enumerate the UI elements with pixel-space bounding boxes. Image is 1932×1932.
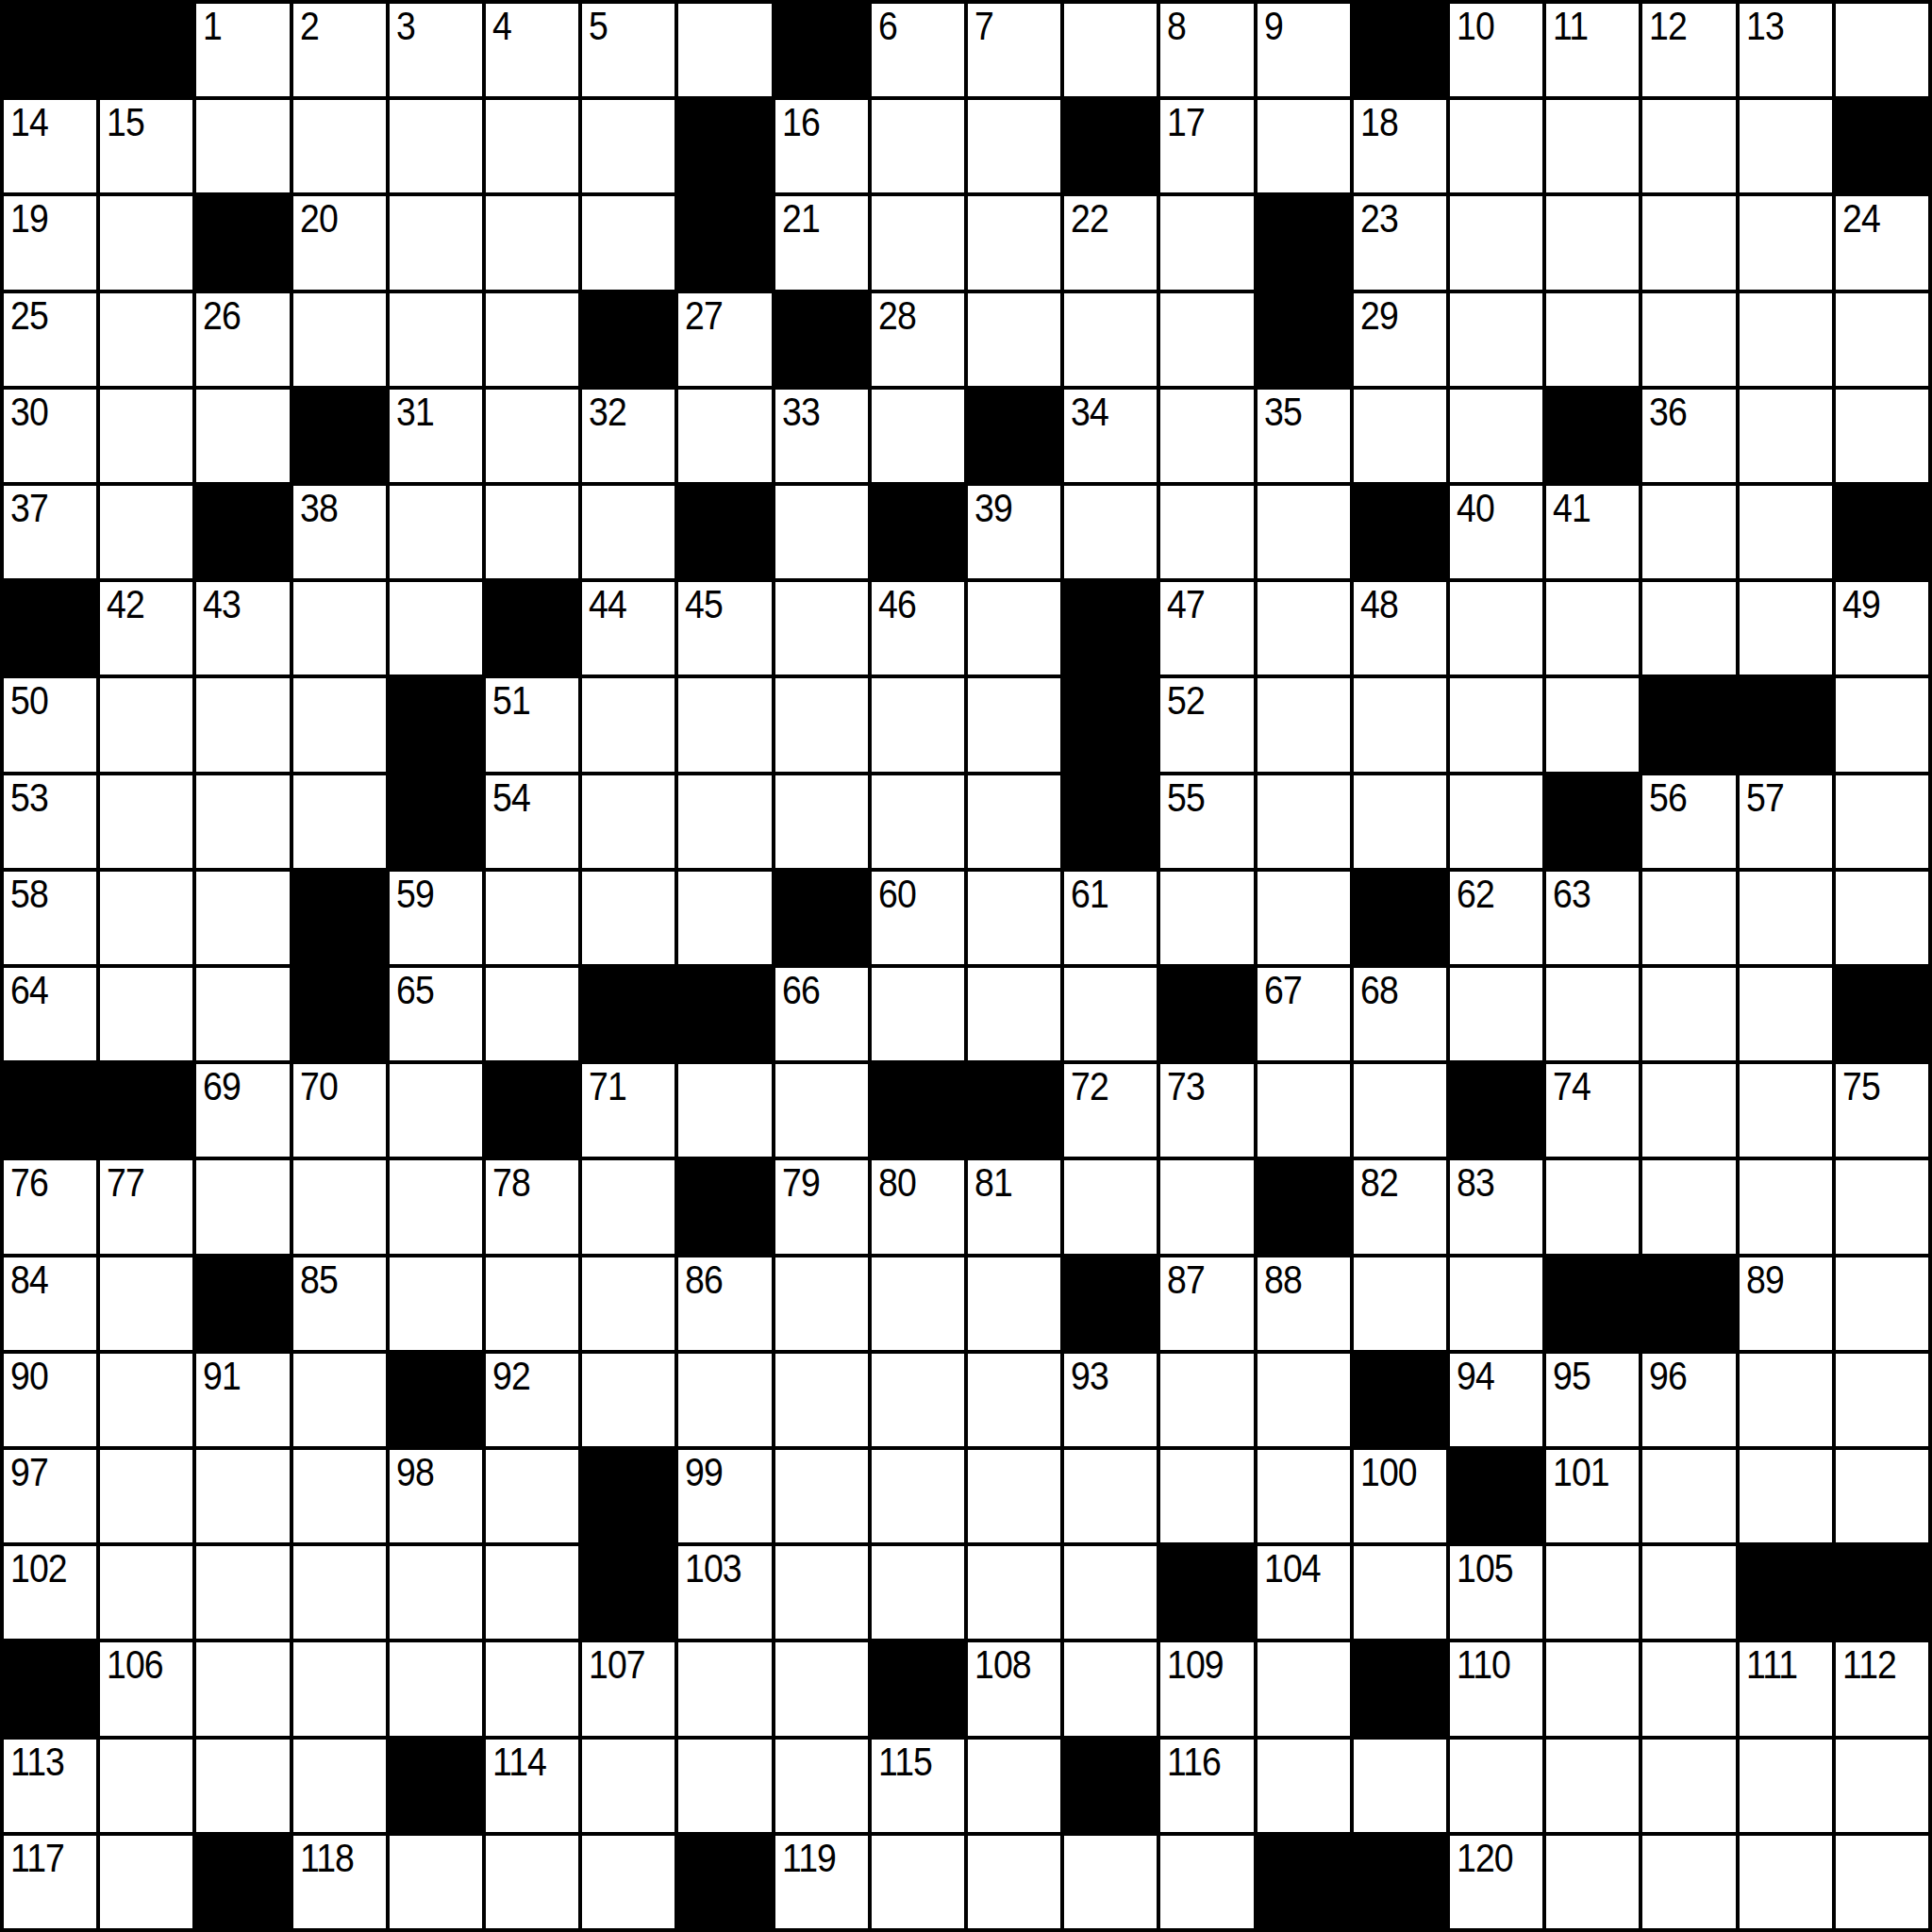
white-cell[interactable] (293, 100, 386, 192)
white-cell[interactable] (486, 486, 578, 578)
white-cell[interactable] (1642, 872, 1735, 964)
white-cell[interactable] (678, 1642, 771, 1735)
white-cell[interactable] (1836, 1450, 1928, 1542)
white-cell[interactable]: 4 (486, 4, 578, 96)
white-cell[interactable] (582, 486, 675, 578)
white-cell[interactable] (100, 293, 192, 386)
white-cell[interactable] (293, 678, 386, 771)
white-cell[interactable] (196, 100, 289, 192)
white-cell[interactable] (1064, 4, 1157, 96)
white-cell[interactable] (486, 390, 578, 482)
white-cell[interactable] (1160, 1354, 1253, 1446)
white-cell[interactable]: 20 (293, 196, 386, 289)
white-cell[interactable] (582, 100, 675, 192)
white-cell[interactable] (1546, 678, 1639, 771)
white-cell[interactable]: 25 (4, 293, 96, 386)
white-cell[interactable] (293, 1160, 386, 1253)
white-cell[interactable]: 80 (872, 1160, 964, 1253)
white-cell[interactable]: 66 (775, 968, 868, 1060)
white-cell[interactable] (390, 100, 482, 192)
white-cell[interactable] (1257, 100, 1350, 192)
white-cell[interactable] (196, 1642, 289, 1735)
white-cell[interactable] (1546, 1642, 1639, 1735)
white-cell[interactable] (293, 1740, 386, 1832)
white-cell[interactable]: 1 (196, 4, 289, 96)
white-cell[interactable] (1642, 1160, 1735, 1253)
white-cell[interactable] (486, 1257, 578, 1350)
white-cell[interactable] (1836, 293, 1928, 386)
white-cell[interactable] (678, 775, 771, 868)
white-cell[interactable] (1354, 678, 1446, 771)
white-cell[interactable]: 47 (1160, 582, 1253, 675)
white-cell[interactable] (1160, 196, 1253, 289)
white-cell[interactable]: 51 (486, 678, 578, 771)
white-cell[interactable]: 107 (582, 1642, 675, 1735)
white-cell[interactable] (968, 293, 1060, 386)
white-cell[interactable]: 92 (486, 1354, 578, 1446)
white-cell[interactable] (1546, 293, 1639, 386)
white-cell[interactable] (486, 1546, 578, 1639)
white-cell[interactable] (1160, 390, 1253, 482)
white-cell[interactable] (486, 100, 578, 192)
white-cell[interactable]: 49 (1836, 582, 1928, 675)
white-cell[interactable] (1642, 1740, 1735, 1832)
white-cell[interactable] (1160, 486, 1253, 578)
white-cell[interactable] (196, 1450, 289, 1542)
white-cell[interactable]: 95 (1546, 1354, 1639, 1446)
white-cell[interactable] (1160, 293, 1253, 386)
white-cell[interactable]: 119 (775, 1836, 868, 1928)
white-cell[interactable]: 73 (1160, 1064, 1253, 1157)
white-cell[interactable]: 109 (1160, 1642, 1253, 1735)
white-cell[interactable]: 18 (1354, 100, 1446, 192)
white-cell[interactable]: 32 (582, 390, 675, 482)
white-cell[interactable]: 83 (1450, 1160, 1542, 1253)
white-cell[interactable] (390, 582, 482, 675)
white-cell[interactable]: 35 (1257, 390, 1350, 482)
white-cell[interactable]: 53 (4, 775, 96, 868)
white-cell[interactable] (390, 1257, 482, 1350)
white-cell[interactable]: 72 (1064, 1064, 1157, 1157)
white-cell[interactable] (1546, 1740, 1639, 1832)
white-cell[interactable] (1257, 1354, 1350, 1446)
white-cell[interactable]: 36 (1642, 390, 1735, 482)
white-cell[interactable]: 87 (1160, 1257, 1253, 1350)
white-cell[interactable]: 48 (1354, 582, 1446, 675)
white-cell[interactable]: 76 (4, 1160, 96, 1253)
white-cell[interactable]: 120 (1450, 1836, 1542, 1928)
white-cell[interactable] (390, 1836, 482, 1928)
white-cell[interactable] (293, 775, 386, 868)
white-cell[interactable]: 34 (1064, 390, 1157, 482)
white-cell[interactable] (872, 1836, 964, 1928)
white-cell[interactable] (1740, 293, 1832, 386)
white-cell[interactable] (1064, 1160, 1157, 1253)
white-cell[interactable]: 24 (1836, 196, 1928, 289)
white-cell[interactable] (1836, 1354, 1928, 1446)
white-cell[interactable] (968, 1546, 1060, 1639)
white-cell[interactable]: 56 (1642, 775, 1735, 868)
white-cell[interactable]: 46 (872, 582, 964, 675)
white-cell[interactable] (1836, 1836, 1928, 1928)
white-cell[interactable] (1546, 968, 1639, 1060)
white-cell[interactable] (1064, 1642, 1157, 1735)
white-cell[interactable] (1642, 196, 1735, 289)
white-cell[interactable] (390, 1546, 482, 1639)
white-cell[interactable] (1257, 1740, 1350, 1832)
white-cell[interactable] (100, 872, 192, 964)
white-cell[interactable] (1642, 1064, 1735, 1157)
white-cell[interactable] (1740, 582, 1832, 675)
white-cell[interactable]: 108 (968, 1642, 1060, 1735)
white-cell[interactable]: 16 (775, 100, 868, 192)
white-cell[interactable] (390, 1160, 482, 1253)
white-cell[interactable] (100, 678, 192, 771)
white-cell[interactable] (968, 1354, 1060, 1446)
white-cell[interactable] (1642, 100, 1735, 192)
white-cell[interactable]: 38 (293, 486, 386, 578)
white-cell[interactable] (1836, 1740, 1928, 1832)
white-cell[interactable] (196, 1546, 289, 1639)
white-cell[interactable] (1740, 390, 1832, 482)
white-cell[interactable] (1354, 1257, 1446, 1350)
white-cell[interactable]: 44 (582, 582, 675, 675)
white-cell[interactable]: 117 (4, 1836, 96, 1928)
white-cell[interactable] (678, 1064, 771, 1157)
white-cell[interactable] (678, 872, 771, 964)
white-cell[interactable]: 19 (4, 196, 96, 289)
white-cell[interactable] (1642, 486, 1735, 578)
white-cell[interactable] (872, 100, 964, 192)
white-cell[interactable] (196, 1160, 289, 1253)
white-cell[interactable]: 69 (196, 1064, 289, 1157)
white-cell[interactable] (100, 775, 192, 868)
white-cell[interactable] (872, 968, 964, 1060)
white-cell[interactable] (1740, 1740, 1832, 1832)
white-cell[interactable] (1064, 486, 1157, 578)
white-cell[interactable]: 94 (1450, 1354, 1542, 1446)
white-cell[interactable] (1642, 1642, 1735, 1735)
white-cell[interactable] (100, 1257, 192, 1350)
white-cell[interactable] (1740, 196, 1832, 289)
white-cell[interactable]: 85 (293, 1257, 386, 1350)
white-cell[interactable]: 7 (968, 4, 1060, 96)
white-cell[interactable]: 103 (678, 1546, 771, 1639)
white-cell[interactable]: 74 (1546, 1064, 1639, 1157)
white-cell[interactable] (968, 775, 1060, 868)
white-cell[interactable]: 41 (1546, 486, 1639, 578)
white-cell[interactable]: 110 (1450, 1642, 1542, 1735)
white-cell[interactable]: 63 (1546, 872, 1639, 964)
white-cell[interactable]: 27 (678, 293, 771, 386)
white-cell[interactable] (582, 678, 675, 771)
white-cell[interactable]: 37 (4, 486, 96, 578)
white-cell[interactable]: 84 (4, 1257, 96, 1350)
white-cell[interactable]: 112 (1836, 1642, 1928, 1735)
white-cell[interactable] (1740, 100, 1832, 192)
white-cell[interactable] (1354, 1546, 1446, 1639)
white-cell[interactable] (1546, 1546, 1639, 1639)
white-cell[interactable] (1257, 486, 1350, 578)
white-cell[interactable] (582, 775, 675, 868)
white-cell[interactable] (1740, 1064, 1832, 1157)
white-cell[interactable]: 105 (1450, 1546, 1542, 1639)
white-cell[interactable] (486, 1642, 578, 1735)
white-cell[interactable] (293, 1450, 386, 1542)
white-cell[interactable] (582, 196, 675, 289)
white-cell[interactable] (196, 390, 289, 482)
white-cell[interactable]: 65 (390, 968, 482, 1060)
white-cell[interactable] (1160, 872, 1253, 964)
white-cell[interactable] (1740, 1450, 1832, 1542)
white-cell[interactable] (1836, 775, 1928, 868)
white-cell[interactable]: 86 (678, 1257, 771, 1350)
white-cell[interactable]: 79 (775, 1160, 868, 1253)
white-cell[interactable] (1450, 100, 1542, 192)
white-cell[interactable]: 99 (678, 1450, 771, 1542)
white-cell[interactable] (1546, 196, 1639, 289)
white-cell[interactable] (872, 678, 964, 771)
white-cell[interactable] (1450, 390, 1542, 482)
white-cell[interactable] (968, 582, 1060, 675)
white-cell[interactable]: 11 (1546, 4, 1639, 96)
white-cell[interactable] (390, 1064, 482, 1157)
white-cell[interactable] (1546, 582, 1639, 675)
white-cell[interactable] (968, 968, 1060, 1060)
white-cell[interactable] (486, 1836, 578, 1928)
white-cell[interactable]: 8 (1160, 4, 1253, 96)
white-cell[interactable] (968, 100, 1060, 192)
white-cell[interactable]: 21 (775, 196, 868, 289)
white-cell[interactable]: 96 (1642, 1354, 1735, 1446)
white-cell[interactable]: 89 (1740, 1257, 1832, 1350)
white-cell[interactable]: 82 (1354, 1160, 1446, 1253)
white-cell[interactable] (1740, 1354, 1832, 1446)
white-cell[interactable] (678, 1740, 771, 1832)
white-cell[interactable] (100, 390, 192, 482)
white-cell[interactable]: 15 (100, 100, 192, 192)
white-cell[interactable]: 98 (390, 1450, 482, 1542)
white-cell[interactable] (1450, 968, 1542, 1060)
white-cell[interactable] (1450, 775, 1542, 868)
white-cell[interactable] (1450, 196, 1542, 289)
white-cell[interactable] (1836, 390, 1928, 482)
white-cell[interactable] (196, 775, 289, 868)
white-cell[interactable] (968, 1740, 1060, 1832)
white-cell[interactable] (100, 486, 192, 578)
white-cell[interactable] (582, 1354, 675, 1446)
white-cell[interactable]: 9 (1257, 4, 1350, 96)
white-cell[interactable] (390, 293, 482, 386)
white-cell[interactable] (1257, 1450, 1350, 1542)
white-cell[interactable] (1642, 1546, 1735, 1639)
white-cell[interactable]: 50 (4, 678, 96, 771)
white-cell[interactable]: 29 (1354, 293, 1446, 386)
white-cell[interactable] (775, 1546, 868, 1639)
white-cell[interactable] (1836, 4, 1928, 96)
white-cell[interactable] (1064, 1836, 1157, 1928)
white-cell[interactable] (678, 1354, 771, 1446)
white-cell[interactable]: 61 (1064, 872, 1157, 964)
white-cell[interactable] (196, 968, 289, 1060)
white-cell[interactable]: 60 (872, 872, 964, 964)
white-cell[interactable] (1836, 1160, 1928, 1253)
white-cell[interactable] (1642, 582, 1735, 675)
white-cell[interactable] (196, 1740, 289, 1832)
white-cell[interactable]: 113 (4, 1740, 96, 1832)
white-cell[interactable]: 88 (1257, 1257, 1350, 1350)
white-cell[interactable] (390, 1642, 482, 1735)
white-cell[interactable]: 104 (1257, 1546, 1350, 1639)
white-cell[interactable]: 68 (1354, 968, 1446, 1060)
white-cell[interactable]: 42 (100, 582, 192, 675)
white-cell[interactable] (1546, 1160, 1639, 1253)
white-cell[interactable]: 57 (1740, 775, 1832, 868)
white-cell[interactable]: 23 (1354, 196, 1446, 289)
white-cell[interactable] (100, 1450, 192, 1542)
white-cell[interactable] (196, 678, 289, 771)
white-cell[interactable]: 40 (1450, 486, 1542, 578)
white-cell[interactable] (1546, 100, 1639, 192)
white-cell[interactable] (1257, 582, 1350, 675)
white-cell[interactable]: 2 (293, 4, 386, 96)
white-cell[interactable] (1160, 1836, 1253, 1928)
white-cell[interactable]: 28 (872, 293, 964, 386)
white-cell[interactable]: 26 (196, 293, 289, 386)
white-cell[interactable] (293, 582, 386, 675)
white-cell[interactable]: 5 (582, 4, 675, 96)
white-cell[interactable] (678, 4, 771, 96)
white-cell[interactable] (775, 775, 868, 868)
white-cell[interactable] (1257, 775, 1350, 868)
white-cell[interactable] (1642, 1450, 1735, 1542)
white-cell[interactable] (775, 1740, 868, 1832)
white-cell[interactable]: 58 (4, 872, 96, 964)
white-cell[interactable]: 75 (1836, 1064, 1928, 1157)
white-cell[interactable]: 14 (4, 100, 96, 192)
white-cell[interactable]: 43 (196, 582, 289, 675)
white-cell[interactable] (486, 872, 578, 964)
white-cell[interactable] (775, 486, 868, 578)
white-cell[interactable] (100, 1354, 192, 1446)
white-cell[interactable] (1257, 1642, 1350, 1735)
white-cell[interactable] (1642, 968, 1735, 1060)
white-cell[interactable] (1257, 678, 1350, 771)
white-cell[interactable] (293, 1642, 386, 1735)
white-cell[interactable] (872, 775, 964, 868)
white-cell[interactable] (872, 1546, 964, 1639)
white-cell[interactable] (775, 1354, 868, 1446)
white-cell[interactable] (1160, 1450, 1253, 1542)
white-cell[interactable] (872, 390, 964, 482)
white-cell[interactable] (1642, 293, 1735, 386)
white-cell[interactable]: 3 (390, 4, 482, 96)
white-cell[interactable]: 62 (1450, 872, 1542, 964)
white-cell[interactable] (1740, 486, 1832, 578)
white-cell[interactable] (1257, 872, 1350, 964)
white-cell[interactable] (968, 1257, 1060, 1350)
white-cell[interactable] (1354, 1740, 1446, 1832)
white-cell[interactable]: 55 (1160, 775, 1253, 868)
white-cell[interactable] (582, 1836, 675, 1928)
white-cell[interactable]: 17 (1160, 100, 1253, 192)
white-cell[interactable] (582, 872, 675, 964)
white-cell[interactable]: 71 (582, 1064, 675, 1157)
white-cell[interactable] (1450, 1740, 1542, 1832)
white-cell[interactable]: 115 (872, 1740, 964, 1832)
white-cell[interactable] (486, 968, 578, 1060)
white-cell[interactable] (1354, 390, 1446, 482)
white-cell[interactable] (1836, 678, 1928, 771)
white-cell[interactable] (1642, 1836, 1735, 1928)
white-cell[interactable] (1740, 1160, 1832, 1253)
white-cell[interactable]: 70 (293, 1064, 386, 1157)
white-cell[interactable] (1354, 775, 1446, 868)
white-cell[interactable]: 33 (775, 390, 868, 482)
white-cell[interactable]: 77 (100, 1160, 192, 1253)
white-cell[interactable] (1546, 1836, 1639, 1928)
white-cell[interactable]: 22 (1064, 196, 1157, 289)
white-cell[interactable] (1450, 1257, 1542, 1350)
white-cell[interactable]: 30 (4, 390, 96, 482)
white-cell[interactable]: 45 (678, 582, 771, 675)
white-cell[interactable] (1257, 1064, 1350, 1157)
white-cell[interactable] (1354, 1064, 1446, 1157)
white-cell[interactable]: 52 (1160, 678, 1253, 771)
white-cell[interactable] (1740, 968, 1832, 1060)
white-cell[interactable] (968, 872, 1060, 964)
white-cell[interactable]: 39 (968, 486, 1060, 578)
white-cell[interactable]: 90 (4, 1354, 96, 1446)
white-cell[interactable] (1064, 1546, 1157, 1639)
white-cell[interactable]: 10 (1450, 4, 1542, 96)
white-cell[interactable] (968, 1450, 1060, 1542)
white-cell[interactable]: 116 (1160, 1740, 1253, 1832)
white-cell[interactable] (390, 196, 482, 289)
white-cell[interactable]: 93 (1064, 1354, 1157, 1446)
white-cell[interactable]: 118 (293, 1836, 386, 1928)
white-cell[interactable] (100, 1836, 192, 1928)
white-cell[interactable] (100, 1546, 192, 1639)
white-cell[interactable] (486, 196, 578, 289)
white-cell[interactable] (1450, 678, 1542, 771)
white-cell[interactable] (775, 1257, 868, 1350)
white-cell[interactable] (968, 196, 1060, 289)
white-cell[interactable]: 13 (1740, 4, 1832, 96)
white-cell[interactable] (390, 486, 482, 578)
white-cell[interactable] (1064, 293, 1157, 386)
white-cell[interactable] (293, 1354, 386, 1446)
white-cell[interactable]: 78 (486, 1160, 578, 1253)
white-cell[interactable] (1450, 582, 1542, 675)
white-cell[interactable] (1836, 1257, 1928, 1350)
white-cell[interactable] (678, 390, 771, 482)
white-cell[interactable] (775, 1450, 868, 1542)
white-cell[interactable] (100, 196, 192, 289)
white-cell[interactable] (100, 968, 192, 1060)
white-cell[interactable]: 97 (4, 1450, 96, 1542)
white-cell[interactable] (775, 1642, 868, 1735)
white-cell[interactable] (968, 1836, 1060, 1928)
white-cell[interactable] (775, 582, 868, 675)
white-cell[interactable]: 111 (1740, 1642, 1832, 1735)
white-cell[interactable] (872, 1354, 964, 1446)
white-cell[interactable] (968, 678, 1060, 771)
white-cell[interactable] (1064, 1450, 1157, 1542)
white-cell[interactable] (1740, 1836, 1832, 1928)
white-cell[interactable] (486, 1450, 578, 1542)
white-cell[interactable]: 100 (1354, 1450, 1446, 1542)
